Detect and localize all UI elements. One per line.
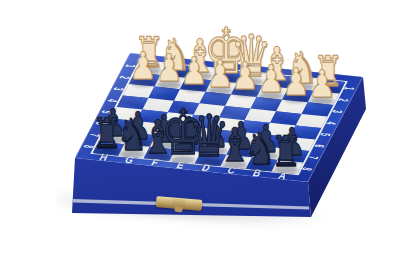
white-pawn-g2[interactable]: ♟ — [155, 50, 182, 88]
product-photo-scene: HGFEDCBA 12345678 12345678 ♜♞♝♚♛♝♞♜♟♟♟♟♟… — [0, 0, 420, 259]
white-pawn-a2[interactable]: ♟ — [308, 65, 335, 103]
white-pawn-c2[interactable]: ♟ — [257, 60, 284, 98]
white-pawn-f2[interactable]: ♟ — [180, 52, 207, 90]
white-pawn-b2[interactable]: ♟ — [283, 63, 310, 101]
white-pawn-h2[interactable]: ♟ — [129, 47, 156, 85]
white-pawn-e2[interactable]: ♟ — [206, 55, 233, 93]
white-pawn-d2[interactable]: ♟ — [232, 58, 259, 96]
black-rook-a8[interactable]: ♜ — [271, 131, 301, 173]
